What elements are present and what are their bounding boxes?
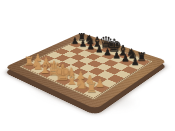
piece-black-rook: ♜ <box>131 39 151 62</box>
piece-black-knight: ♞ <box>122 36 142 59</box>
piece-white-pawn: ♟ <box>28 40 48 63</box>
chess-set-photo: ♜♞♝♛♚♝♞♜♟♟♟♟♟♟♟♟♟♟♟♟♟♟♟♟♜♞♝♛♚♝♞♜ <box>0 0 175 131</box>
piece-black-rook: ♜ <box>73 21 91 42</box>
square-h8: ♜ <box>134 58 150 65</box>
